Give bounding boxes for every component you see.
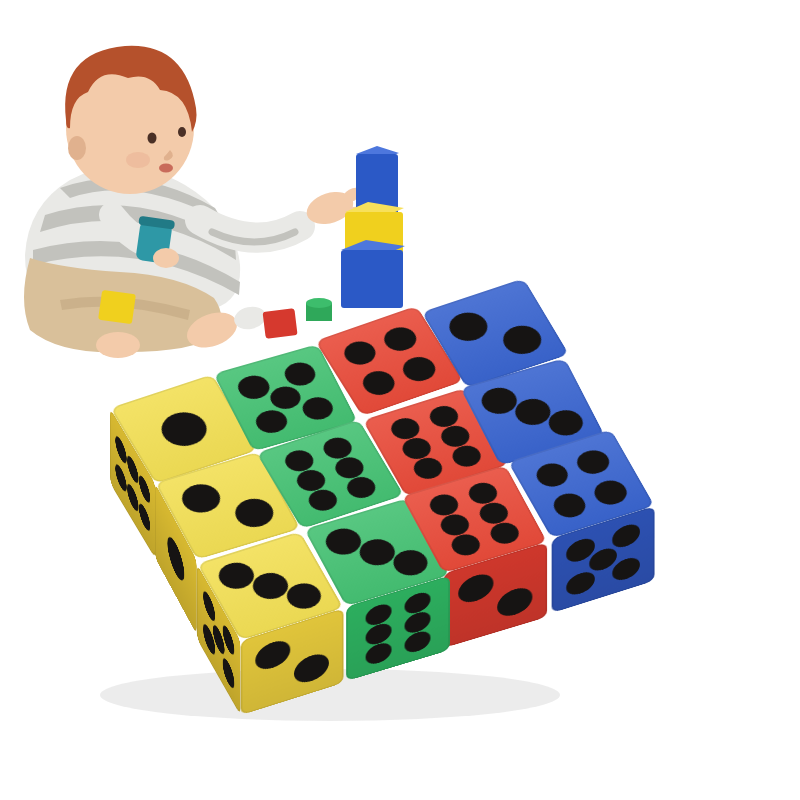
sippy-cup-lid <box>138 216 175 230</box>
pip <box>549 490 590 521</box>
pip <box>497 584 532 620</box>
loose-blocks <box>98 290 332 339</box>
baby-left-arm-sleeve <box>112 215 150 246</box>
baby-hand <box>303 186 358 229</box>
baby-head <box>66 62 194 194</box>
pip <box>531 460 572 491</box>
pip <box>176 480 226 517</box>
pip <box>497 321 547 358</box>
pip <box>154 407 213 451</box>
pip <box>127 479 138 517</box>
pip <box>294 650 329 687</box>
baby-pants-fold <box>60 297 190 320</box>
tower-bottom-cube-topface <box>341 240 405 256</box>
baby-finger <box>340 185 363 205</box>
baby-eye <box>178 127 186 137</box>
loose-green-cylinder-body <box>306 303 332 321</box>
tower-middle-cube <box>345 212 403 254</box>
pip <box>365 640 391 667</box>
baby-ear <box>68 136 86 160</box>
block-tower <box>341 146 405 308</box>
baby-left-hand <box>153 248 179 268</box>
pip <box>252 407 291 436</box>
baby-finger <box>344 205 364 219</box>
baby-shirt-stripes <box>33 179 240 295</box>
pip <box>398 354 440 385</box>
tower-top-block-topface <box>356 146 399 161</box>
baby-foot-sock <box>232 304 268 332</box>
tower-top-block <box>356 154 398 220</box>
pip <box>379 323 421 354</box>
sippy-cup <box>135 220 172 264</box>
pip <box>280 360 319 389</box>
baby-hair <box>65 46 196 132</box>
pip <box>405 629 431 656</box>
pip <box>167 528 184 589</box>
loose-red-block <box>263 308 298 339</box>
tower-middle-cube-topface <box>345 202 404 218</box>
loose-yellow-block <box>98 290 136 324</box>
product-photo <box>0 0 800 800</box>
pip <box>115 459 126 497</box>
pip <box>230 494 280 531</box>
pip <box>358 368 400 399</box>
pip <box>573 447 614 478</box>
pip <box>222 653 234 694</box>
loose-green-cylinder-top <box>306 298 332 308</box>
baby-right-arm-sleeve <box>200 220 300 238</box>
pip <box>203 586 215 627</box>
pip <box>298 394 337 423</box>
baby <box>24 46 364 358</box>
pip <box>255 637 290 674</box>
baby-mouth <box>159 164 173 173</box>
baby-right-arm-stripe <box>212 232 295 242</box>
baby-foot <box>182 306 242 354</box>
pip <box>567 569 595 598</box>
pip <box>234 373 273 402</box>
tower-bottom-cube <box>341 250 403 308</box>
pip <box>266 383 305 412</box>
pip <box>339 337 381 368</box>
baby-cheek <box>126 152 150 168</box>
baby-eye <box>148 133 157 144</box>
pip <box>443 308 493 345</box>
baby-shirt <box>25 166 240 308</box>
baby-foot <box>96 332 140 358</box>
pip <box>590 477 631 508</box>
pip <box>139 499 150 537</box>
baby-nose <box>164 150 173 161</box>
pip <box>612 521 640 550</box>
baby-pants <box>24 258 221 352</box>
pip <box>458 570 493 606</box>
